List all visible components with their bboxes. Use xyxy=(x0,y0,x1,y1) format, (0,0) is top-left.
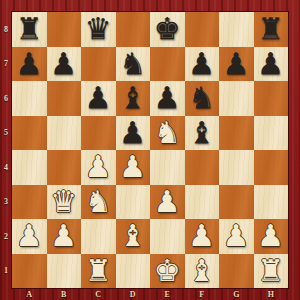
file-label-e: E xyxy=(150,288,185,300)
square-f5[interactable]: ♝ xyxy=(185,116,220,151)
file-label-f: F xyxy=(185,288,220,300)
square-g6[interactable] xyxy=(219,81,254,116)
square-c5[interactable] xyxy=(81,116,116,151)
square-f2[interactable]: ♟ xyxy=(185,219,220,254)
black-pawn-g7: ♟ xyxy=(223,47,250,82)
square-d3[interactable] xyxy=(116,185,151,220)
square-b8[interactable] xyxy=(47,12,82,47)
square-f3[interactable] xyxy=(185,185,220,220)
black-knight-f6: ♞ xyxy=(188,81,215,116)
square-a8[interactable]: ♜ xyxy=(12,12,47,47)
square-h5[interactable] xyxy=(254,116,289,151)
square-e2[interactable] xyxy=(150,219,185,254)
black-pawn-c6: ♟ xyxy=(85,81,112,116)
square-c6[interactable]: ♟ xyxy=(81,81,116,116)
square-g2[interactable]: ♟ xyxy=(219,219,254,254)
white-knight-c3: ♞ xyxy=(85,185,112,220)
rank-label-4: 4 xyxy=(0,150,12,185)
square-c2[interactable] xyxy=(81,219,116,254)
square-f8[interactable] xyxy=(185,12,220,47)
square-b1[interactable] xyxy=(47,254,82,289)
square-h8[interactable]: ♜ xyxy=(254,12,289,47)
square-h2[interactable]: ♟ xyxy=(254,219,289,254)
rank-label-7: 7 xyxy=(0,47,12,82)
black-pawn-h7: ♟ xyxy=(257,47,284,82)
rank-label-6: 6 xyxy=(0,81,12,116)
white-king-e1: ♚ xyxy=(154,254,181,289)
square-g4[interactable] xyxy=(219,150,254,185)
white-pawn-b2: ♟ xyxy=(50,219,77,254)
square-a4[interactable] xyxy=(12,150,47,185)
white-pawn-d4: ♟ xyxy=(119,150,146,185)
black-rook-h8: ♜ xyxy=(257,12,284,47)
square-a7[interactable]: ♟ xyxy=(12,47,47,82)
square-e6[interactable]: ♟ xyxy=(150,81,185,116)
square-a1[interactable] xyxy=(12,254,47,289)
square-f6[interactable]: ♞ xyxy=(185,81,220,116)
black-rook-a8: ♜ xyxy=(16,12,43,47)
chess-board: ♜ ♛ ♚ ♜ ♟ ♟ ♞ ♟ ♟ ♟ ♟ ♝ ♟ ♞ ♟ ♞ ♝ xyxy=(12,12,288,288)
rank-labels: 8 7 6 5 4 3 2 1 xyxy=(0,12,12,288)
white-pawn-h2: ♟ xyxy=(257,219,284,254)
white-pawn-g2: ♟ xyxy=(223,219,250,254)
rank-label-2: 2 xyxy=(0,219,12,254)
white-pawn-e3: ♟ xyxy=(154,185,181,220)
black-pawn-e6: ♟ xyxy=(154,81,181,116)
square-h7[interactable]: ♟ xyxy=(254,47,289,82)
square-e7[interactable] xyxy=(150,47,185,82)
square-d5[interactable]: ♟ xyxy=(116,116,151,151)
white-rook-h1: ♜ xyxy=(257,254,284,289)
square-g5[interactable] xyxy=(219,116,254,151)
square-h6[interactable] xyxy=(254,81,289,116)
file-label-c: C xyxy=(81,288,116,300)
square-b2[interactable]: ♟ xyxy=(47,219,82,254)
square-g7[interactable]: ♟ xyxy=(219,47,254,82)
file-labels: A B C D E F G H xyxy=(12,288,288,300)
white-bishop-d2: ♝ xyxy=(119,219,146,254)
square-e1[interactable]: ♚ xyxy=(150,254,185,289)
black-pawn-d5: ♟ xyxy=(119,116,146,151)
file-label-d: D xyxy=(116,288,151,300)
square-h4[interactable] xyxy=(254,150,289,185)
square-b5[interactable] xyxy=(47,116,82,151)
file-label-b: B xyxy=(47,288,82,300)
square-f4[interactable] xyxy=(185,150,220,185)
square-b7[interactable]: ♟ xyxy=(47,47,82,82)
square-e5[interactable]: ♞ xyxy=(150,116,185,151)
square-g8[interactable] xyxy=(219,12,254,47)
square-d8[interactable] xyxy=(116,12,151,47)
file-label-a: A xyxy=(12,288,47,300)
square-g3[interactable] xyxy=(219,185,254,220)
square-f7[interactable]: ♟ xyxy=(185,47,220,82)
black-king-e8: ♚ xyxy=(154,12,181,47)
white-pawn-c4: ♟ xyxy=(85,150,112,185)
square-a3[interactable] xyxy=(12,185,47,220)
square-c7[interactable] xyxy=(81,47,116,82)
rank-label-3: 3 xyxy=(0,185,12,220)
white-pawn-a2: ♟ xyxy=(16,219,43,254)
black-pawn-f7: ♟ xyxy=(188,47,215,82)
square-a2[interactable]: ♟ xyxy=(12,219,47,254)
black-queen-c8: ♛ xyxy=(85,12,112,47)
square-c3[interactable]: ♞ xyxy=(81,185,116,220)
square-a5[interactable] xyxy=(12,116,47,151)
black-bishop-f5: ♝ xyxy=(188,116,215,151)
white-pawn-f2: ♟ xyxy=(188,219,215,254)
black-pawn-a7: ♟ xyxy=(16,47,43,82)
rank-label-1: 1 xyxy=(0,254,12,289)
white-knight-e5: ♞ xyxy=(154,116,181,151)
square-c4[interactable]: ♟ xyxy=(81,150,116,185)
square-b3[interactable]: ♛ xyxy=(47,185,82,220)
black-knight-d7: ♞ xyxy=(119,47,146,82)
square-f1[interactable]: ♝ xyxy=(185,254,220,289)
white-bishop-f1: ♝ xyxy=(188,254,215,289)
square-d1[interactable] xyxy=(116,254,151,289)
square-e8[interactable]: ♚ xyxy=(150,12,185,47)
black-pawn-b7: ♟ xyxy=(50,47,77,82)
square-d6[interactable]: ♝ xyxy=(116,81,151,116)
white-queen-b3: ♛ xyxy=(50,185,77,220)
square-c8[interactable]: ♛ xyxy=(81,12,116,47)
square-c1[interactable]: ♜ xyxy=(81,254,116,289)
file-label-g: G xyxy=(219,288,254,300)
square-d4[interactable]: ♟ xyxy=(116,150,151,185)
square-d2[interactable]: ♝ xyxy=(116,219,151,254)
black-bishop-d6: ♝ xyxy=(119,81,146,116)
square-h3[interactable] xyxy=(254,185,289,220)
chess-board-frame: 8 7 6 5 4 3 2 1 ♜ ♛ ♚ ♜ ♟ ♟ ♞ ♟ ♟ ♟ ♟ ♝ … xyxy=(0,0,300,300)
square-e3[interactable]: ♟ xyxy=(150,185,185,220)
square-d7[interactable]: ♞ xyxy=(116,47,151,82)
square-e4[interactable] xyxy=(150,150,185,185)
rank-label-8: 8 xyxy=(0,12,12,47)
square-h1[interactable]: ♜ xyxy=(254,254,289,289)
rank-label-5: 5 xyxy=(0,116,12,151)
square-b6[interactable] xyxy=(47,81,82,116)
square-b4[interactable] xyxy=(47,150,82,185)
file-label-h: H xyxy=(254,288,289,300)
square-g1[interactable] xyxy=(219,254,254,289)
square-a6[interactable] xyxy=(12,81,47,116)
white-rook-c1: ♜ xyxy=(85,254,112,289)
